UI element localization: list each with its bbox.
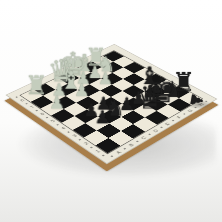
frame-dot bbox=[101, 155, 104, 157]
rank-label: 3 bbox=[70, 133, 80, 139]
frame-dot bbox=[67, 131, 70, 133]
rank-label: 6 bbox=[38, 111, 48, 116]
frame-dot bbox=[35, 110, 38, 112]
square-f3: ♟ bbox=[134, 91, 157, 104]
rank-label: 4 bbox=[59, 125, 69, 131]
frame-dot bbox=[90, 147, 93, 149]
rank-label: 5 bbox=[48, 118, 58, 124]
rank-label: 7 bbox=[27, 104, 36, 109]
frame-dot bbox=[15, 97, 18, 99]
square-h4 bbox=[145, 74, 167, 86]
frame-dot bbox=[25, 103, 28, 105]
frame-dot bbox=[45, 117, 48, 119]
fallen-piece-black-pawn: ♟ bbox=[187, 92, 205, 109]
product-photo: ♜♛♚♝♜♟♝♟♟♞♟♟♟♟♟♝♟♞♟♟♟♛♚♞♜ ABCDEFGH123456… bbox=[0, 0, 222, 222]
white-pawn: ♟ bbox=[74, 82, 89, 99]
frame-dot bbox=[160, 126, 163, 128]
frame-dot bbox=[136, 140, 139, 142]
rank-label: 2 bbox=[81, 140, 91, 146]
frame-dot bbox=[110, 155, 113, 157]
frame-dot bbox=[148, 133, 151, 135]
frame-dot bbox=[56, 124, 59, 126]
frame-dot bbox=[78, 139, 81, 141]
